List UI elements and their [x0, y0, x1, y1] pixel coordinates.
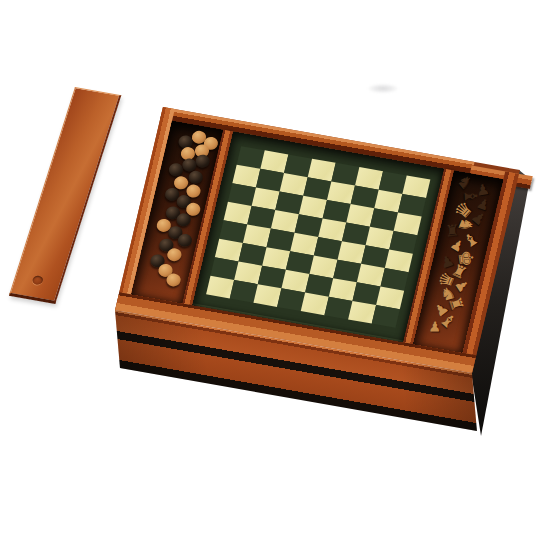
product-photo-scene: ♞♟♝♟♛♟♞♜♝♟♚♟♜♛♟♞♜♟♝♟	[0, 0, 540, 540]
lid-finger-hole	[31, 275, 44, 285]
photo-smudge-artifact	[368, 84, 398, 93]
checker-piece	[165, 272, 182, 287]
chess-piece: ♟	[428, 319, 441, 333]
box-lid	[9, 87, 121, 304]
board-area	[192, 132, 444, 343]
chess-board	[206, 146, 430, 328]
checker-piece	[194, 154, 211, 169]
checker-piece	[177, 232, 194, 247]
board-square	[372, 305, 400, 328]
checker-piece	[166, 247, 183, 262]
